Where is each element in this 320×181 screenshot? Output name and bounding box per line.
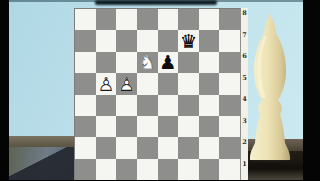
square-a3	[75, 116, 96, 137]
rank-label-6: 6	[241, 51, 248, 73]
square-h3	[219, 116, 240, 137]
square-g8	[199, 9, 220, 30]
square-b4	[96, 95, 117, 116]
square-b7	[96, 30, 117, 51]
square-h4	[219, 95, 240, 116]
square-g2	[199, 137, 220, 158]
square-c1	[116, 159, 137, 180]
rank-labels: 87654321	[240, 8, 248, 180]
square-d8	[137, 9, 158, 30]
square-h8	[219, 9, 240, 30]
square-g6	[199, 52, 220, 73]
square-g3	[199, 116, 220, 137]
square-b8	[96, 9, 117, 30]
square-h2	[219, 137, 240, 158]
square-d6: ♞♘	[137, 52, 158, 73]
square-g7	[199, 30, 220, 51]
square-d2	[137, 137, 158, 158]
square-d1	[137, 159, 158, 180]
white-bishop-statue	[243, 12, 297, 162]
square-c5: ♟♙	[116, 73, 137, 94]
square-f7: ♛	[178, 30, 199, 51]
square-f3	[178, 116, 199, 137]
square-h5	[219, 73, 240, 94]
square-a2	[75, 137, 96, 158]
square-f1	[178, 159, 199, 180]
letterbox-left	[0, 0, 9, 180]
square-a5	[75, 73, 96, 94]
square-a7	[75, 30, 96, 51]
square-g5	[199, 73, 220, 94]
square-f6	[178, 52, 199, 73]
rank-label-3: 3	[241, 116, 248, 138]
square-e6: ♟	[158, 52, 179, 73]
square-d4	[137, 95, 158, 116]
black-queen: ♛	[178, 30, 199, 51]
square-c4	[116, 95, 137, 116]
square-e4	[158, 95, 179, 116]
square-e2	[158, 137, 179, 158]
studio-table-left	[9, 147, 74, 180]
letterbox-right	[303, 0, 320, 180]
square-e5	[158, 73, 179, 94]
square-c7	[116, 30, 137, 51]
square-c6	[116, 52, 137, 73]
white-pawn: ♟♙	[96, 73, 117, 94]
rank-label-7: 7	[241, 30, 248, 52]
chess-board: ♛♞♘♟♟♙♟♙	[74, 8, 240, 180]
square-f8	[178, 9, 199, 30]
square-h1	[219, 159, 240, 180]
square-b3	[96, 116, 117, 137]
square-c3	[116, 116, 137, 137]
square-h7	[219, 30, 240, 51]
black-pawn: ♟	[158, 52, 179, 73]
rank-label-1: 1	[241, 159, 248, 181]
rank-label-2: 2	[241, 137, 248, 159]
square-a1	[75, 159, 96, 180]
square-h6	[219, 52, 240, 73]
square-c8	[116, 9, 137, 30]
rank-label-5: 5	[241, 73, 248, 95]
square-e3	[158, 116, 179, 137]
square-e1	[158, 159, 179, 180]
square-d5	[137, 73, 158, 94]
square-a6	[75, 52, 96, 73]
white-pawn: ♟♙	[116, 73, 137, 94]
square-g4	[199, 95, 220, 116]
video-frame: ♛♞♘♟♟♙♟♙ 87654321	[0, 0, 320, 180]
white-knight: ♞♘	[137, 52, 158, 73]
cropped-caption-bar	[95, 0, 217, 5]
square-f2	[178, 137, 199, 158]
rank-label-8: 8	[241, 8, 248, 30]
square-b5: ♟♙	[96, 73, 117, 94]
square-f5	[178, 73, 199, 94]
square-b1	[96, 159, 117, 180]
square-c2	[116, 137, 137, 158]
square-b2	[96, 137, 117, 158]
square-d7	[137, 30, 158, 51]
square-a8	[75, 9, 96, 30]
square-g1	[199, 159, 220, 180]
square-e7	[158, 30, 179, 51]
square-d3	[137, 116, 158, 137]
square-f4	[178, 95, 199, 116]
square-b6	[96, 52, 117, 73]
square-e8	[158, 9, 179, 30]
square-a4	[75, 95, 96, 116]
rank-label-4: 4	[241, 94, 248, 116]
